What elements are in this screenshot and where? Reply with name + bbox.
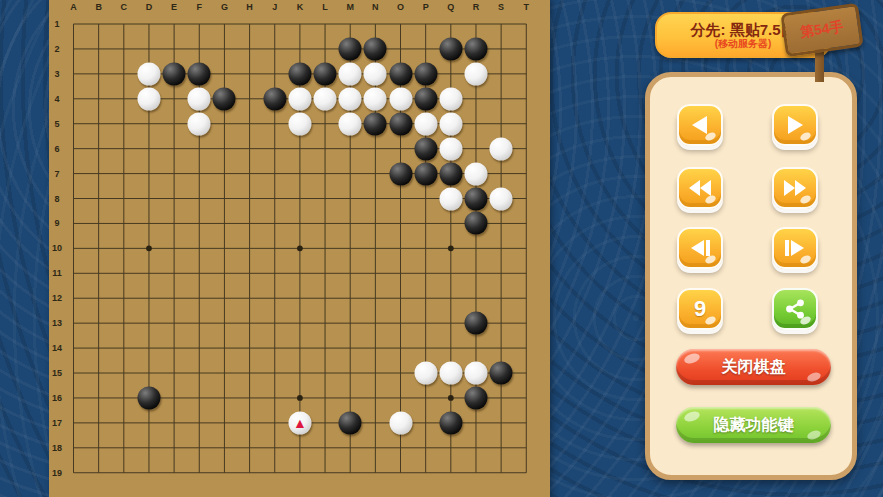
row-label-17: 17: [52, 418, 62, 428]
col-label-Q: Q: [447, 2, 454, 12]
stone-white-S6: ●: [490, 137, 513, 160]
bar-triangle-right-icon: [783, 238, 807, 258]
stone-white-O4: ●: [389, 87, 412, 110]
control-panel: 9 关闭棋盘 隐藏功能键: [645, 72, 857, 480]
col-label-K: K: [297, 2, 304, 12]
stone-white-M4: ●: [339, 87, 362, 110]
stone-white-L4: ●: [314, 87, 337, 110]
row-label-8: 8: [54, 194, 59, 204]
stone-black-Q2: ●: [439, 37, 462, 60]
stone-black-K3: ●: [288, 62, 311, 85]
stone-white-P15: ●: [414, 362, 437, 385]
row-label-6: 6: [54, 144, 59, 154]
stone-black-P6: ●: [414, 137, 437, 160]
col-label-L: L: [322, 2, 328, 12]
move-number-text: 第54手: [799, 18, 845, 42]
fast-rewind-button[interactable]: [677, 167, 723, 209]
stone-black-M17: ●: [339, 411, 362, 434]
stone-white-S8: ●: [490, 187, 513, 210]
stone-white-M5: ●: [339, 112, 362, 135]
triangle-left-bar-icon: [688, 238, 712, 258]
stone-white-O17: ●: [389, 411, 412, 434]
stone-white-Q5: ●: [439, 112, 462, 135]
stone-white-R15: ●: [464, 362, 487, 385]
stone-white-Q6: ●: [439, 137, 462, 160]
stone-black-P3: ●: [414, 62, 437, 85]
stone-black-M2: ●: [339, 37, 362, 60]
prev-move-button[interactable]: [677, 104, 723, 146]
row-label-18: 18: [52, 443, 62, 453]
stone-black-G4: ●: [213, 87, 236, 110]
stone-black-J4: ●: [263, 87, 286, 110]
hide-function-keys-button[interactable]: 隐藏功能键: [676, 407, 831, 443]
col-label-R: R: [473, 2, 480, 12]
col-label-S: S: [498, 2, 504, 12]
stone-white-P5: ●: [414, 112, 437, 135]
close-board-button[interactable]: 关闭棋盘: [676, 349, 831, 385]
stone-white-Q15: ●: [439, 362, 462, 385]
counter-button[interactable]: 9: [677, 288, 723, 330]
stone-black-N5: ●: [364, 112, 387, 135]
row-label-9: 9: [54, 218, 59, 228]
triangle-right-icon: [784, 115, 806, 135]
last-move-marker: ▲: [293, 416, 307, 430]
stone-black-R9: ●: [464, 212, 487, 235]
stone-black-D16: ●: [137, 386, 160, 409]
double-triangle-right-icon: [782, 178, 808, 198]
row-label-3: 3: [54, 69, 59, 79]
col-label-J: J: [272, 2, 277, 12]
komi-rule-text: 分先: 黑贴7.5目: [690, 21, 795, 38]
double-triangle-left-icon: [687, 178, 713, 198]
stone-white-D4: ●: [137, 87, 160, 110]
stone-black-P4: ●: [414, 87, 437, 110]
col-label-O: O: [397, 2, 404, 12]
row-label-13: 13: [52, 318, 62, 328]
row-label-5: 5: [54, 119, 59, 129]
share-nodes-icon: [784, 298, 806, 320]
step-forward-button[interactable]: [772, 227, 818, 269]
stone-black-O7: ●: [389, 162, 412, 185]
row-label-10: 10: [52, 243, 62, 253]
row-label-16: 16: [52, 393, 62, 403]
stone-white-N3: ●: [364, 62, 387, 85]
row-label-2: 2: [54, 44, 59, 54]
stone-white-K4: ●: [288, 87, 311, 110]
stone-white-M3: ●: [339, 62, 362, 85]
step-back-button[interactable]: [677, 227, 723, 269]
stone-black-S15: ●: [490, 362, 513, 385]
stone-white-F4: ●: [188, 87, 211, 110]
fast-forward-button[interactable]: [772, 167, 818, 209]
row-label-4: 4: [54, 94, 59, 104]
stone-white-F5: ●: [188, 112, 211, 135]
stone-black-Q17: ●: [439, 411, 462, 434]
stone-black-O5: ●: [389, 112, 412, 135]
stone-black-R16: ●: [464, 386, 487, 409]
row-label-1: 1: [54, 19, 59, 29]
col-label-A: A: [70, 2, 77, 12]
sign-plate: 第54手: [780, 3, 863, 57]
server-label: (移动服务器): [715, 38, 772, 50]
col-label-F: F: [197, 2, 203, 12]
col-label-P: P: [423, 2, 429, 12]
col-label-H: H: [246, 2, 253, 12]
col-label-G: G: [221, 2, 228, 12]
counter-value: 9: [694, 296, 706, 322]
col-label-M: M: [346, 2, 354, 12]
stone-black-P7: ●: [414, 162, 437, 185]
stone-black-O3: ●: [389, 62, 412, 85]
row-label-11: 11: [52, 268, 62, 278]
stone-white-K17: ●▲: [288, 411, 311, 434]
stone-white-Q8: ●: [439, 187, 462, 210]
go-board[interactable]: ABCDEFGHJKLMNOPQRST123456789101112131415…: [49, 0, 550, 497]
stone-white-D3: ●: [137, 62, 160, 85]
stone-white-R7: ●: [464, 162, 487, 185]
col-label-E: E: [171, 2, 177, 12]
row-label-14: 14: [52, 343, 62, 353]
col-label-T: T: [524, 2, 530, 12]
stone-black-L3: ●: [314, 62, 337, 85]
stone-black-N2: ●: [364, 37, 387, 60]
stone-white-R3: ●: [464, 62, 487, 85]
row-label-19: 19: [52, 468, 62, 478]
stone-black-R13: ●: [464, 312, 487, 335]
stone-white-N4: ●: [364, 87, 387, 110]
triangle-left-icon: [689, 115, 711, 135]
next-move-button[interactable]: [772, 104, 818, 146]
col-label-C: C: [121, 2, 128, 12]
row-label-15: 15: [52, 368, 62, 378]
stone-black-R2: ●: [464, 37, 487, 60]
row-label-7: 7: [54, 169, 59, 179]
go-app-window: ABCDEFGHJKLMNOPQRST123456789101112131415…: [0, 0, 883, 497]
stone-white-K5: ●: [288, 112, 311, 135]
col-label-N: N: [372, 2, 379, 12]
col-label-D: D: [146, 2, 153, 12]
stone-black-E3: ●: [163, 62, 186, 85]
move-number-sign: 第54手: [783, 8, 861, 52]
row-label-12: 12: [52, 293, 62, 303]
stone-black-Q7: ●: [439, 162, 462, 185]
stone-white-Q4: ●: [439, 87, 462, 110]
col-label-B: B: [95, 2, 102, 12]
stone-black-F3: ●: [188, 62, 211, 85]
share-button[interactable]: [772, 288, 818, 330]
stone-black-R8: ●: [464, 187, 487, 210]
